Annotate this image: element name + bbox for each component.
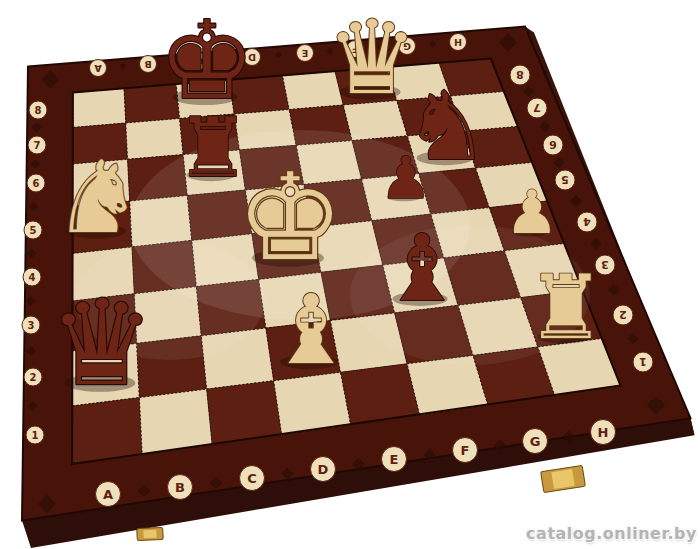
rank-label-right-6-text: 6 — [549, 138, 557, 151]
rank-label-right-2: 2 — [613, 305, 633, 325]
rank-label-left-2-text: 2 — [30, 372, 37, 383]
file-label-bottom-b: B — [168, 475, 193, 500]
brass-clasp-left-highlight — [143, 530, 156, 539]
file-label-bottom-c: C — [240, 466, 265, 491]
file-label-top-e-text: E — [302, 48, 309, 59]
rank-label-left-1-text: 1 — [32, 430, 39, 441]
rank-label-right-1: 1 — [633, 352, 653, 372]
file-label-bottom-g: G — [523, 429, 548, 454]
brass-clasp-left — [137, 527, 164, 540]
file-label-bottom-g-text: G — [530, 434, 541, 449]
rank-label-right-1-text: 1 — [639, 355, 647, 368]
rank-label-right-8-text: 8 — [516, 68, 524, 81]
rank-label-left-4: 4 — [23, 268, 41, 286]
rank-label-left-3: 3 — [22, 316, 40, 334]
file-label-bottom-c-text: C — [247, 471, 257, 486]
file-label-bottom-b-text: B — [175, 480, 185, 495]
rank-label-left-7-text: 7 — [34, 140, 41, 151]
rank-label-left-3-text: 3 — [28, 320, 35, 331]
file-label-bottom-f: F — [453, 438, 478, 463]
rank-label-left-7: 7 — [28, 136, 46, 154]
rank-label-left-8-text: 8 — [35, 105, 42, 116]
file-label-top-a-text: A — [94, 63, 102, 74]
rank-label-right-2-text: 2 — [619, 308, 627, 321]
rank-label-right-6: 6 — [543, 135, 563, 155]
rank-label-left-4-text: 4 — [29, 272, 36, 283]
rank-label-left-2: 2 — [24, 368, 42, 386]
brass-clasp-right — [541, 465, 586, 492]
file-label-top-a: A — [90, 60, 107, 77]
file-label-bottom-h: H — [591, 420, 616, 445]
rank-label-right-7: 7 — [527, 98, 547, 118]
file-label-bottom-d-text: D — [318, 462, 329, 477]
rank-label-left-6: 6 — [27, 174, 45, 192]
piece-light-bishop-d2[interactable]: ♝ — [268, 274, 354, 386]
file-label-top-e: E — [297, 45, 314, 62]
file-label-top-b-text: B — [144, 59, 151, 70]
file-label-top-b: B — [140, 56, 157, 73]
rank-label-right-4-text: 4 — [583, 215, 591, 228]
rank-label-left-5: 5 — [24, 221, 42, 239]
piece-light-knight-a5[interactable]: ♞ — [53, 139, 143, 256]
piece-dark-queen-a2[interactable]: ♛ — [49, 274, 155, 412]
watermark: catalog.onliner.by — [526, 524, 697, 543]
brass-clasp-right-highlight — [551, 469, 574, 489]
piece-light-king-d4[interactable]: ♚ — [236, 148, 344, 287]
rank-label-right-7-text: 7 — [533, 101, 541, 114]
square-a8[interactable] — [73, 88, 126, 127]
file-label-top-h: H — [450, 34, 467, 51]
piece-dark-pawn-f5[interactable]: ♟ — [380, 144, 432, 212]
file-label-bottom-a: A — [96, 482, 121, 507]
file-label-bottom-a-text: A — [103, 487, 113, 502]
file-label-bottom-e-text: E — [390, 452, 399, 467]
file-label-top-h-text: H — [454, 37, 462, 48]
rank-label-right-5-text: 5 — [561, 173, 569, 186]
piece-light-pawn-h4[interactable]: ♟ — [505, 177, 559, 247]
product-photo: AA88BB77CC66DD55EE44FF33GG22HH11♛♚♞♜♟♞♟♚… — [0, 0, 700, 549]
piece-light-rook-h2[interactable]: ♜ — [527, 256, 606, 359]
chessboard: AA88BB77CC66DD55EE44FF33GG22HH11♛♚♞♜♟♞♟♚… — [0, 0, 700, 549]
rank-label-left-5-text: 5 — [30, 225, 37, 236]
file-label-bottom-f-text: F — [461, 443, 470, 458]
piece-dark-bishop-f3[interactable]: ♝ — [381, 215, 463, 322]
rank-label-left-8: 8 — [29, 101, 47, 119]
file-label-bottom-h-text: H — [598, 425, 609, 440]
rank-label-left-6-text: 6 — [33, 178, 40, 189]
rank-label-right-4: 4 — [577, 212, 597, 232]
rank-label-left-1: 1 — [26, 426, 44, 444]
rank-label-right-8: 8 — [510, 65, 530, 85]
file-label-bottom-d: D — [311, 457, 336, 482]
file-label-bottom-e: E — [382, 447, 407, 472]
